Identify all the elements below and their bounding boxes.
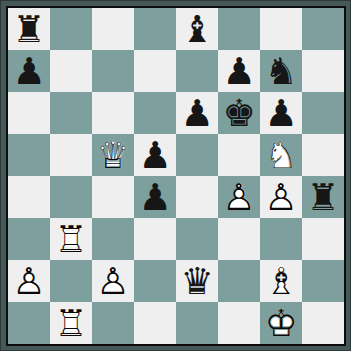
- white-queen-outline-glyph: ♕: [92, 134, 134, 176]
- black-pawn-glyph: ♟: [8, 50, 50, 92]
- square-f2[interactable]: [218, 260, 260, 302]
- square-h3[interactable]: [302, 218, 344, 260]
- board-frame: ♜♝♟♟♞♟♚♟♛♕♟♞♘♟♟♙♟♙♜♜♖♟♙♟♙♛♝♗♜♖♚♔: [0, 0, 351, 351]
- square-c6[interactable]: [92, 92, 134, 134]
- square-h6[interactable]: [302, 92, 344, 134]
- square-a5[interactable]: [8, 134, 50, 176]
- piece-white-queen[interactable]: ♛♕: [92, 134, 134, 176]
- square-a4[interactable]: [8, 176, 50, 218]
- piece-black-pawn[interactable]: ♟: [8, 50, 50, 92]
- square-b2[interactable]: [50, 260, 92, 302]
- square-d4[interactable]: ♟: [134, 176, 176, 218]
- white-rook-outline-glyph: ♖: [50, 302, 92, 344]
- piece-white-pawn[interactable]: ♟♙: [8, 260, 50, 302]
- square-f6[interactable]: ♚: [218, 92, 260, 134]
- square-g5[interactable]: ♞♘: [260, 134, 302, 176]
- square-a8[interactable]: ♜: [8, 8, 50, 50]
- black-pawn-glyph: ♟: [134, 176, 176, 218]
- square-g1[interactable]: ♚♔: [260, 302, 302, 344]
- piece-black-rook[interactable]: ♜: [302, 176, 344, 218]
- square-e2[interactable]: ♛: [176, 260, 218, 302]
- square-a2[interactable]: ♟♙: [8, 260, 50, 302]
- square-c5[interactable]: ♛♕: [92, 134, 134, 176]
- square-c2[interactable]: ♟♙: [92, 260, 134, 302]
- piece-white-pawn[interactable]: ♟♙: [260, 176, 302, 218]
- square-b4[interactable]: [50, 176, 92, 218]
- piece-black-pawn[interactable]: ♟: [260, 92, 302, 134]
- square-a3[interactable]: [8, 218, 50, 260]
- square-f8[interactable]: [218, 8, 260, 50]
- white-pawn-outline-glyph: ♙: [218, 176, 260, 218]
- chess-board: ♜♝♟♟♞♟♚♟♛♕♟♞♘♟♟♙♟♙♜♜♖♟♙♟♙♛♝♗♜♖♚♔: [6, 6, 346, 346]
- square-c7[interactable]: [92, 50, 134, 92]
- piece-black-bishop[interactable]: ♝: [176, 8, 218, 50]
- black-pawn-glyph: ♟: [260, 92, 302, 134]
- square-g4[interactable]: ♟♙: [260, 176, 302, 218]
- square-h4[interactable]: ♜: [302, 176, 344, 218]
- piece-black-queen[interactable]: ♛: [176, 260, 218, 302]
- square-d6[interactable]: [134, 92, 176, 134]
- black-pawn-glyph: ♟: [134, 134, 176, 176]
- piece-white-pawn[interactable]: ♟♙: [92, 260, 134, 302]
- square-d5[interactable]: ♟: [134, 134, 176, 176]
- piece-black-rook[interactable]: ♜: [8, 8, 50, 50]
- square-f4[interactable]: ♟♙: [218, 176, 260, 218]
- piece-black-pawn[interactable]: ♟: [218, 50, 260, 92]
- square-d2[interactable]: [134, 260, 176, 302]
- piece-black-pawn[interactable]: ♟: [176, 92, 218, 134]
- piece-black-knight[interactable]: ♞: [260, 50, 302, 92]
- square-b5[interactable]: [50, 134, 92, 176]
- white-pawn-outline-glyph: ♙: [92, 260, 134, 302]
- square-b1[interactable]: ♜♖: [50, 302, 92, 344]
- piece-black-king[interactable]: ♚: [218, 92, 260, 134]
- white-rook-outline-glyph: ♖: [50, 218, 92, 260]
- piece-black-pawn[interactable]: ♟: [134, 176, 176, 218]
- piece-white-king[interactable]: ♚♔: [260, 302, 302, 344]
- square-h2[interactable]: [302, 260, 344, 302]
- square-h7[interactable]: [302, 50, 344, 92]
- black-bishop-glyph: ♝: [176, 8, 218, 50]
- square-e4[interactable]: [176, 176, 218, 218]
- square-a6[interactable]: [8, 92, 50, 134]
- square-g8[interactable]: [260, 8, 302, 50]
- square-d1[interactable]: [134, 302, 176, 344]
- square-g6[interactable]: ♟: [260, 92, 302, 134]
- square-b7[interactable]: [50, 50, 92, 92]
- piece-white-rook[interactable]: ♜♖: [50, 302, 92, 344]
- square-e6[interactable]: ♟: [176, 92, 218, 134]
- square-d3[interactable]: [134, 218, 176, 260]
- square-e5[interactable]: [176, 134, 218, 176]
- square-f1[interactable]: [218, 302, 260, 344]
- square-e7[interactable]: [176, 50, 218, 92]
- black-knight-glyph: ♞: [260, 50, 302, 92]
- square-g2[interactable]: ♝♗: [260, 260, 302, 302]
- square-e8[interactable]: ♝: [176, 8, 218, 50]
- square-c3[interactable]: [92, 218, 134, 260]
- square-f7[interactable]: ♟: [218, 50, 260, 92]
- square-a1[interactable]: [8, 302, 50, 344]
- square-b8[interactable]: [50, 8, 92, 50]
- piece-black-pawn[interactable]: ♟: [134, 134, 176, 176]
- white-bishop-outline-glyph: ♗: [260, 260, 302, 302]
- square-b3[interactable]: ♜♖: [50, 218, 92, 260]
- square-c1[interactable]: [92, 302, 134, 344]
- black-queen-glyph: ♛: [176, 260, 218, 302]
- white-king-outline-glyph: ♔: [260, 302, 302, 344]
- square-g7[interactable]: ♞: [260, 50, 302, 92]
- black-king-glyph: ♚: [218, 92, 260, 134]
- white-knight-outline-glyph: ♘: [260, 134, 302, 176]
- square-e3[interactable]: [176, 218, 218, 260]
- black-pawn-glyph: ♟: [218, 50, 260, 92]
- square-d8[interactable]: [134, 8, 176, 50]
- square-f3[interactable]: [218, 218, 260, 260]
- square-c4[interactable]: [92, 176, 134, 218]
- white-pawn-outline-glyph: ♙: [8, 260, 50, 302]
- black-rook-glyph: ♜: [302, 176, 344, 218]
- square-e1[interactable]: [176, 302, 218, 344]
- square-f5[interactable]: [218, 134, 260, 176]
- piece-white-knight[interactable]: ♞♘: [260, 134, 302, 176]
- white-pawn-outline-glyph: ♙: [260, 176, 302, 218]
- square-b6[interactable]: [50, 92, 92, 134]
- piece-white-bishop[interactable]: ♝♗: [260, 260, 302, 302]
- square-h8[interactable]: [302, 8, 344, 50]
- square-g3[interactable]: [260, 218, 302, 260]
- square-h1[interactable]: [302, 302, 344, 344]
- black-rook-glyph: ♜: [8, 8, 50, 50]
- piece-white-rook[interactable]: ♜♖: [50, 218, 92, 260]
- square-a7[interactable]: ♟: [8, 50, 50, 92]
- square-d7[interactable]: [134, 50, 176, 92]
- square-c8[interactable]: [92, 8, 134, 50]
- black-pawn-glyph: ♟: [176, 92, 218, 134]
- piece-white-pawn[interactable]: ♟♙: [218, 176, 260, 218]
- square-h5[interactable]: [302, 134, 344, 176]
